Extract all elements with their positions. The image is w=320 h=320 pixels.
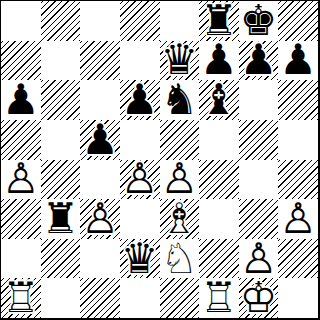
piece-solid-layer: ♟	[80, 120, 120, 160]
chess-board: ♜♚♛♟♟♟♟♟♞♝♟♟♙♟♙♟♙♜♟♙♝♗♟♙♛♞♘♟♙♜♖♜♖♚♔	[0, 0, 320, 320]
piece-solid-layer: ♟	[278, 41, 318, 81]
piece-outline-layer: ♙	[278, 199, 318, 239]
black-pawn-icon[interactable]: ♟	[120, 80, 160, 120]
black-queen-icon[interactable]: ♛	[120, 239, 160, 279]
square-e1[interactable]	[160, 278, 200, 318]
square-b3[interactable]: ♜	[41, 199, 81, 239]
square-h5[interactable]	[278, 120, 318, 160]
piece-solid-layer: ♞	[160, 80, 200, 120]
square-f5[interactable]	[199, 120, 239, 160]
square-c3[interactable]: ♟♙	[80, 199, 120, 239]
square-e2[interactable]: ♞♘	[160, 239, 200, 279]
square-h2[interactable]	[278, 239, 318, 279]
white-pawn-icon[interactable]: ♟♙	[278, 199, 318, 239]
square-a6[interactable]: ♟	[1, 80, 41, 120]
square-h3[interactable]: ♟♙	[278, 199, 318, 239]
black-pawn-icon[interactable]: ♟	[1, 80, 41, 120]
square-d6[interactable]: ♟	[120, 80, 160, 120]
square-g5[interactable]	[239, 120, 279, 160]
piece-outline-layer: ♙	[1, 160, 41, 200]
black-pawn-icon[interactable]: ♟	[239, 41, 279, 81]
square-g1[interactable]: ♚♔	[239, 278, 279, 318]
square-c2[interactable]	[80, 239, 120, 279]
black-knight-icon[interactable]: ♞	[160, 80, 200, 120]
white-pawn-icon[interactable]: ♟♙	[80, 199, 120, 239]
square-f6[interactable]: ♝	[199, 80, 239, 120]
piece-outline-layer: ♖	[1, 278, 41, 318]
square-h1[interactable]	[278, 278, 318, 318]
piece-solid-layer: ♟	[120, 80, 160, 120]
square-a4[interactable]: ♟♙	[1, 160, 41, 200]
square-d1[interactable]	[120, 278, 160, 318]
square-g3[interactable]	[239, 199, 279, 239]
square-g6[interactable]	[239, 80, 279, 120]
square-e6[interactable]: ♞	[160, 80, 200, 120]
square-a3[interactable]	[1, 199, 41, 239]
piece-solid-layer: ♜	[41, 199, 81, 239]
square-b5[interactable]	[41, 120, 81, 160]
white-rook-icon[interactable]: ♜♖	[1, 278, 41, 318]
square-e3[interactable]: ♝♗	[160, 199, 200, 239]
square-b2[interactable]	[41, 239, 81, 279]
square-d3[interactable]	[120, 199, 160, 239]
square-a8[interactable]	[1, 1, 41, 41]
square-c7[interactable]	[80, 41, 120, 81]
white-knight-icon[interactable]: ♞♘	[160, 239, 200, 279]
square-a1[interactable]: ♜♖	[1, 278, 41, 318]
square-c5[interactable]: ♟	[80, 120, 120, 160]
square-b1[interactable]	[41, 278, 81, 318]
piece-solid-layer: ♟	[239, 41, 279, 81]
piece-solid-layer: ♛	[120, 239, 160, 279]
black-pawn-icon[interactable]: ♟	[278, 41, 318, 81]
piece-outline-layer: ♗	[160, 199, 200, 239]
piece-outline-layer: ♙	[120, 160, 160, 200]
square-c6[interactable]	[80, 80, 120, 120]
square-b6[interactable]	[41, 80, 81, 120]
white-king-icon[interactable]: ♚♔	[239, 278, 279, 318]
white-pawn-icon[interactable]: ♟♙	[120, 160, 160, 200]
square-d2[interactable]: ♛	[120, 239, 160, 279]
black-pawn-icon[interactable]: ♟	[80, 120, 120, 160]
black-rook-icon[interactable]: ♜	[41, 199, 81, 239]
square-b7[interactable]	[41, 41, 81, 81]
square-b8[interactable]	[41, 1, 81, 41]
piece-outline-layer: ♙	[80, 199, 120, 239]
piece-solid-layer: ♟	[1, 80, 41, 120]
piece-outline-layer: ♖	[199, 278, 239, 318]
white-bishop-icon[interactable]: ♝♗	[160, 199, 200, 239]
white-rook-icon[interactable]: ♜♖	[199, 278, 239, 318]
square-c8[interactable]	[80, 1, 120, 41]
square-f3[interactable]	[199, 199, 239, 239]
square-h6[interactable]	[278, 80, 318, 120]
square-h7[interactable]: ♟	[278, 41, 318, 81]
square-f4[interactable]	[199, 160, 239, 200]
square-d8[interactable]	[120, 1, 160, 41]
white-pawn-icon[interactable]: ♟♙	[1, 160, 41, 200]
square-d4[interactable]: ♟♙	[120, 160, 160, 200]
square-f1[interactable]: ♜♖	[199, 278, 239, 318]
square-g4[interactable]	[239, 160, 279, 200]
square-g7[interactable]: ♟	[239, 41, 279, 81]
piece-solid-layer: ♝	[199, 80, 239, 120]
piece-outline-layer: ♔	[239, 278, 279, 318]
piece-outline-layer: ♘	[160, 239, 200, 279]
square-c1[interactable]	[80, 278, 120, 318]
black-bishop-icon[interactable]: ♝	[199, 80, 239, 120]
